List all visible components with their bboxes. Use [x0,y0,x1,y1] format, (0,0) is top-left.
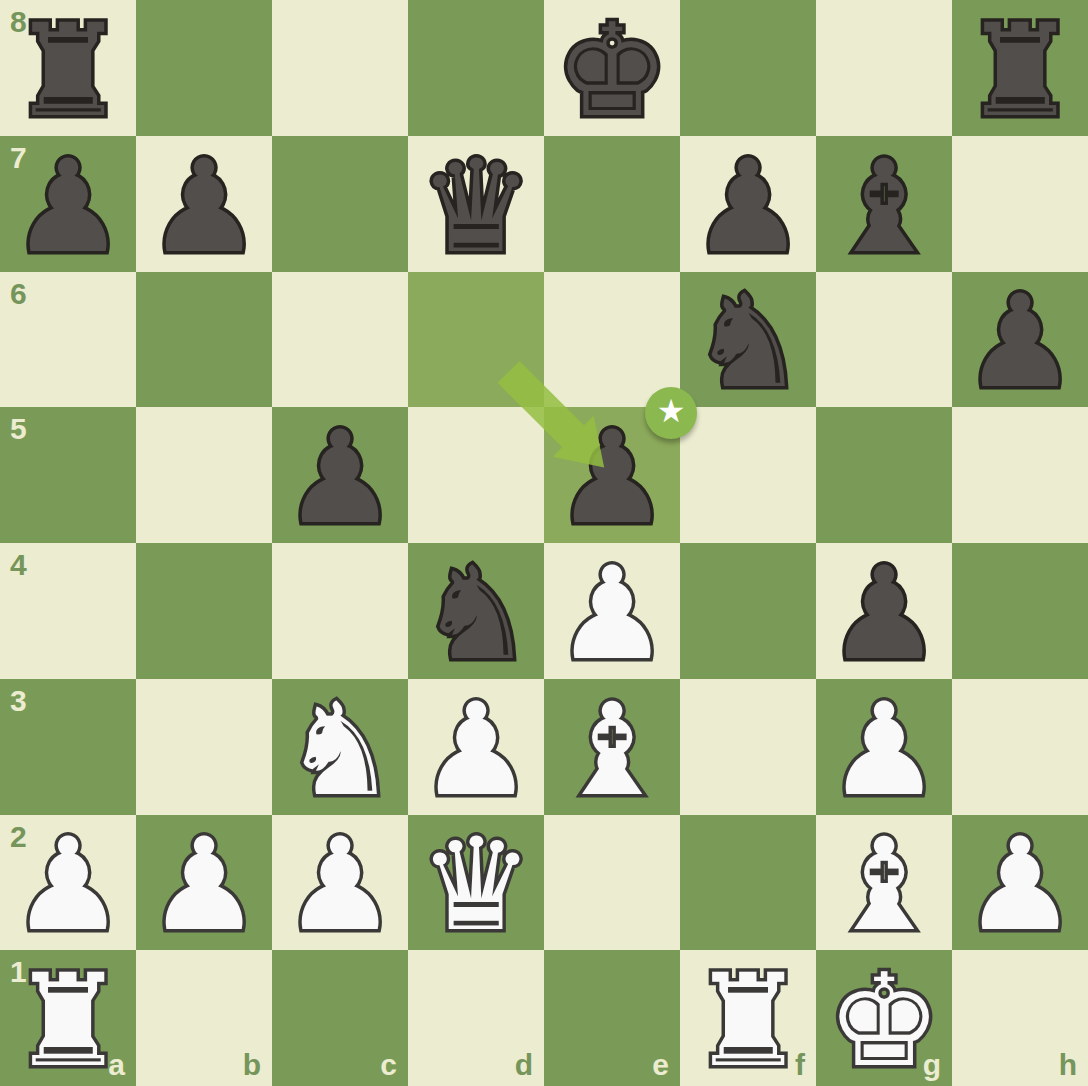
square-d2[interactable]: ♛♛ [408,815,544,951]
square-b8[interactable] [136,0,272,136]
square-e6[interactable] [544,272,680,408]
piece-glyph: ♟ [816,543,952,679]
file-label-h: h [1059,1050,1077,1080]
piece-black-queen-d7[interactable]: ♛♛ [408,136,544,272]
square-c1[interactable]: c [272,950,408,1086]
piece-black-pawn-b7[interactable]: ♟♟ [136,136,272,272]
piece-white-pawn-g3[interactable]: ♟♟ [816,679,952,815]
square-f6[interactable]: ♞♞ [680,272,816,408]
piece-glyph: ♛ [408,815,544,951]
square-c5[interactable]: ♟♟ [272,407,408,543]
piece-white-king-g1[interactable]: ♚♚ [816,950,952,1086]
chess-board: ★ ♜♜8♚♚♜♜♟♟7♟♟♛♛♟♟♝♝6♞♞♟♟5♟♟♟♟4♞♞♟♟♟♟3♞♞… [0,0,1088,1086]
piece-glyph: ♟ [680,136,816,272]
square-a6[interactable]: 6 [0,272,136,408]
square-d6[interactable] [408,272,544,408]
piece-glyph: ♝ [816,815,952,951]
piece-glyph: ♞ [680,272,816,408]
square-g2[interactable]: ♝♝ [816,815,952,951]
square-b7[interactable]: ♟♟ [136,136,272,272]
piece-black-pawn-a7[interactable]: ♟♟ [0,136,136,272]
square-g5[interactable] [816,407,952,543]
piece-glyph: ♞ [408,543,544,679]
piece-black-king-e8[interactable]: ♚♚ [544,0,680,136]
rank-label-6: 6 [10,279,27,309]
piece-glyph: ♟ [544,543,680,679]
piece-black-pawn-h6[interactable]: ♟♟ [952,272,1088,408]
piece-black-pawn-f7[interactable]: ♟♟ [680,136,816,272]
piece-glyph: ♟ [0,136,136,272]
square-c8[interactable] [272,0,408,136]
square-f5[interactable] [680,407,816,543]
square-d1[interactable]: d [408,950,544,1086]
piece-white-bishop-g2[interactable]: ♝♝ [816,815,952,951]
square-g6[interactable] [816,272,952,408]
square-h1[interactable]: h [952,950,1088,1086]
piece-white-bishop-e3[interactable]: ♝♝ [544,679,680,815]
square-b3[interactable] [136,679,272,815]
square-f4[interactable] [680,543,816,679]
file-label-d: d [515,1050,533,1080]
piece-black-rook-h8[interactable]: ♜♜ [952,0,1088,136]
square-d4[interactable]: ♞♞ [408,543,544,679]
square-e7[interactable] [544,136,680,272]
piece-glyph: ♟ [816,679,952,815]
square-a2[interactable]: ♟♟2 [0,815,136,951]
piece-white-rook-f1[interactable]: ♜♜ [680,950,816,1086]
square-a1[interactable]: ♜♜1a [0,950,136,1086]
rank-label-5: 5 [10,414,27,444]
piece-white-pawn-b2[interactable]: ♟♟ [136,815,272,951]
rank-label-3: 3 [10,686,27,716]
square-b5[interactable] [136,407,272,543]
piece-glyph: ♟ [952,272,1088,408]
piece-glyph: ♚ [544,0,680,136]
square-g1[interactable]: ♚♚g [816,950,952,1086]
square-e3[interactable]: ♝♝ [544,679,680,815]
piece-glyph: ♜ [952,0,1088,136]
piece-black-knight-d4[interactable]: ♞♞ [408,543,544,679]
square-c2[interactable]: ♟♟ [272,815,408,951]
square-a3[interactable]: 3 [0,679,136,815]
square-h2[interactable]: ♟♟ [952,815,1088,951]
file-label-b: b [243,1050,261,1080]
square-b4[interactable] [136,543,272,679]
piece-glyph: ♝ [816,136,952,272]
square-h5[interactable] [952,407,1088,543]
piece-glyph: ♟ [272,815,408,951]
square-h6[interactable]: ♟♟ [952,272,1088,408]
piece-black-pawn-c5[interactable]: ♟♟ [272,407,408,543]
square-h7[interactable] [952,136,1088,272]
square-g4[interactable]: ♟♟ [816,543,952,679]
square-f1[interactable]: ♜♜f [680,950,816,1086]
square-c6[interactable] [272,272,408,408]
piece-white-pawn-h2[interactable]: ♟♟ [952,815,1088,951]
square-g3[interactable]: ♟♟ [816,679,952,815]
square-e4[interactable]: ♟♟ [544,543,680,679]
square-d5[interactable] [408,407,544,543]
piece-glyph: ♛ [408,136,544,272]
piece-glyph: ♟ [136,136,272,272]
piece-white-pawn-d3[interactable]: ♟♟ [408,679,544,815]
square-b2[interactable]: ♟♟ [136,815,272,951]
file-label-e: e [652,1050,669,1080]
square-d7[interactable]: ♛♛ [408,136,544,272]
piece-glyph: ♜ [0,950,136,1086]
square-f7[interactable]: ♟♟ [680,136,816,272]
square-h8[interactable]: ♜♜ [952,0,1088,136]
square-e8[interactable]: ♚♚ [544,0,680,136]
piece-glyph: ♟ [136,815,272,951]
piece-glyph: ♟ [0,815,136,951]
piece-white-pawn-e4[interactable]: ♟♟ [544,543,680,679]
piece-white-pawn-c2[interactable]: ♟♟ [272,815,408,951]
square-d8[interactable] [408,0,544,136]
piece-white-rook-a1[interactable]: ♜♜ [0,950,136,1086]
square-c4[interactable] [272,543,408,679]
piece-black-bishop-g7[interactable]: ♝♝ [816,136,952,272]
square-h3[interactable] [952,679,1088,815]
piece-white-pawn-a2[interactable]: ♟♟ [0,815,136,951]
rank-label-4: 4 [10,550,27,580]
square-h4[interactable] [952,543,1088,679]
square-e2[interactable] [544,815,680,951]
piece-black-pawn-g4[interactable]: ♟♟ [816,543,952,679]
piece-glyph: ♞ [272,679,408,815]
piece-glyph: ♜ [680,950,816,1086]
square-e5[interactable]: ♟♟ [544,407,680,543]
square-a7[interactable]: ♟♟7 [0,136,136,272]
piece-glyph: ♝ [544,679,680,815]
square-a4[interactable]: 4 [0,543,136,679]
square-b1[interactable]: b [136,950,272,1086]
square-f8[interactable] [680,0,816,136]
square-f3[interactable] [680,679,816,815]
piece-white-queen-d2[interactable]: ♛♛ [408,815,544,951]
square-e1[interactable]: e [544,950,680,1086]
piece-glyph: ♜ [0,0,136,136]
piece-black-pawn-e5[interactable]: ♟♟ [544,407,680,543]
file-label-c: c [380,1050,397,1080]
square-c7[interactable] [272,136,408,272]
piece-glyph: ♟ [408,679,544,815]
piece-glyph: ♚ [816,950,952,1086]
piece-white-knight-c3[interactable]: ♞♞ [272,679,408,815]
square-g8[interactable] [816,0,952,136]
piece-glyph: ♟ [952,815,1088,951]
piece-glyph: ♟ [544,407,680,543]
square-a5[interactable]: 5 [0,407,136,543]
square-f2[interactable] [680,815,816,951]
piece-black-rook-a8[interactable]: ♜♜ [0,0,136,136]
piece-glyph: ♟ [272,407,408,543]
square-d3[interactable]: ♟♟ [408,679,544,815]
square-a8[interactable]: ♜♜8 [0,0,136,136]
square-g7[interactable]: ♝♝ [816,136,952,272]
square-c3[interactable]: ♞♞ [272,679,408,815]
piece-black-knight-f6[interactable]: ♞♞ [680,272,816,408]
square-b6[interactable] [136,272,272,408]
